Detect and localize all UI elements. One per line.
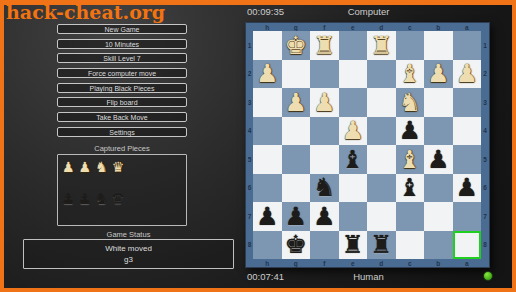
file-label-f: f: [310, 23, 339, 31]
square-e8[interactable]: ♜: [339, 231, 368, 260]
white-pawn-f3: ♟: [313, 90, 335, 115]
square-d5[interactable]: [367, 145, 396, 174]
bottom-player-bar: 00:07:41 Human: [247, 271, 490, 284]
square-a8[interactable]: [453, 231, 482, 260]
square-d8[interactable]: ♜: [367, 231, 396, 260]
square-a6[interactable]: ♟: [453, 174, 482, 203]
file-label-c: c: [396, 23, 425, 31]
square-h4[interactable]: [253, 117, 282, 146]
black-rook-d8: ♜: [370, 232, 392, 257]
square-h8[interactable]: [253, 231, 282, 260]
square-e5[interactable]: ♝: [339, 145, 368, 174]
rank-label-8: 8: [246, 231, 253, 260]
square-c7[interactable]: [396, 202, 425, 231]
white-pawn-e4: ♟: [342, 118, 364, 143]
square-b6[interactable]: [424, 174, 453, 203]
white-bishop-c5: ♝: [399, 147, 421, 172]
square-b3[interactable]: [424, 88, 453, 117]
square-b4[interactable]: [424, 117, 453, 146]
white-rook-d1: ♜: [370, 33, 392, 58]
captured-pieces-label: Captured Pieces: [57, 144, 187, 153]
square-g4[interactable]: [282, 117, 311, 146]
white-bishop-c2: ♝: [399, 61, 421, 86]
square-g2[interactable]: [282, 60, 311, 89]
black-pawn-g7: ♟: [285, 204, 307, 229]
black-pawn-h7: ♟: [256, 204, 278, 229]
square-g1[interactable]: ♚: [282, 31, 311, 60]
square-h6[interactable]: [253, 174, 282, 203]
square-f5[interactable]: [310, 145, 339, 174]
square-c5[interactable]: ♝: [396, 145, 425, 174]
file-label-c: c: [396, 259, 425, 267]
square-a5[interactable]: [453, 145, 482, 174]
black-rook-e8: ♜: [342, 232, 364, 257]
sidebar-buttons: New Game10 MinutesSkill Level 7Force com…: [57, 24, 187, 137]
square-f3[interactable]: ♟: [310, 88, 339, 117]
captured-piece-bN: ♞: [95, 192, 108, 206]
watermark: hack-cheat.org: [6, 1, 165, 23]
square-g8[interactable]: ♚: [282, 231, 311, 260]
black-pawn-a6: ♟: [456, 175, 478, 200]
rank-label-7: 7: [481, 202, 489, 231]
square-e6[interactable]: [339, 174, 368, 203]
square-g3[interactable]: ♟: [282, 88, 311, 117]
captured-piece-wP: ♟: [62, 160, 75, 174]
black-pawn-f7: ♟: [313, 204, 335, 229]
button-settings[interactable]: Settings: [57, 127, 187, 137]
file-label-b: b: [424, 23, 453, 31]
file-label-a: a: [453, 23, 482, 31]
white-pawn-a2: ♟: [456, 61, 478, 86]
button-skill-level-7[interactable]: Skill Level 7: [57, 53, 187, 63]
square-d4[interactable]: [367, 117, 396, 146]
file-labels-bottom: hgfedcba: [253, 259, 481, 267]
square-f4[interactable]: [310, 117, 339, 146]
game-status-label: Game Status: [23, 230, 234, 239]
square-c4[interactable]: ♟: [396, 117, 425, 146]
captured-piece-wP: ♟: [79, 160, 92, 174]
app-window: hack-cheat.org New Game10 MinutesSkill L…: [0, 0, 516, 292]
square-d7[interactable]: [367, 202, 396, 231]
square-g7[interactable]: ♟: [282, 202, 311, 231]
square-c6[interactable]: ♝: [396, 174, 425, 203]
square-f1[interactable]: ♜: [310, 31, 339, 60]
file-label-d: d: [367, 23, 396, 31]
square-c2[interactable]: ♝: [396, 60, 425, 89]
square-d3[interactable]: [367, 88, 396, 117]
computer-label: Computer: [247, 6, 490, 17]
square-d1[interactable]: ♜: [367, 31, 396, 60]
square-a3[interactable]: [453, 88, 482, 117]
square-g6[interactable]: [282, 174, 311, 203]
rank-labels-left: 12345678: [246, 31, 253, 259]
file-label-e: e: [339, 23, 368, 31]
square-f2[interactable]: [310, 60, 339, 89]
rank-label-8: 8: [481, 231, 489, 260]
square-f6[interactable]: ♞: [310, 174, 339, 203]
file-labels-top: hgfedcba: [253, 23, 481, 31]
button-10-minutes[interactable]: 10 Minutes: [57, 39, 187, 49]
square-c3[interactable]: ♞: [396, 88, 425, 117]
captured-piece-wN: ♞: [95, 160, 108, 174]
square-a2[interactable]: ♟: [453, 60, 482, 89]
file-label-d: d: [367, 259, 396, 267]
square-b5[interactable]: ♟: [424, 145, 453, 174]
rank-label-4: 4: [246, 117, 253, 146]
square-h3[interactable]: [253, 88, 282, 117]
square-h7[interactable]: ♟: [253, 202, 282, 231]
white-pawn-h2: ♟: [256, 61, 278, 86]
rank-label-5: 5: [481, 145, 489, 174]
file-label-b: b: [424, 259, 453, 267]
rank-label-4: 4: [481, 117, 489, 146]
captured-piece-bP: ♟: [62, 192, 75, 206]
captured-piece-wQ: ♛: [112, 160, 125, 174]
square-g5[interactable]: [282, 145, 311, 174]
file-label-h: h: [253, 23, 282, 31]
black-bishop-e5: ♝: [342, 147, 364, 172]
captured-piece-bP: ♟: [79, 192, 92, 206]
square-c1[interactable]: [396, 31, 425, 60]
rank-label-7: 7: [246, 202, 253, 231]
status-line-1: White moved: [24, 244, 233, 255]
square-b1[interactable]: [424, 31, 453, 60]
rank-label-2: 2: [246, 60, 253, 89]
rank-label-2: 2: [481, 60, 489, 89]
captured-piece-bQ: ♛: [112, 192, 125, 206]
rank-label-3: 3: [246, 88, 253, 117]
chess-board-frame: hgfedcba 12345678 ♚♜♜♟♝♟♟♟♟♞♟♟♝♝♟♞♝♟♟♟♟♚…: [245, 22, 490, 268]
square-a1[interactable]: [453, 31, 482, 60]
game-status-box: White moved g3: [23, 239, 234, 269]
captured-pieces-box: ♟♟♞♛ ♟♟♞♛: [57, 154, 187, 226]
square-d6[interactable]: [367, 174, 396, 203]
rank-label-1: 1: [246, 31, 253, 60]
square-b2[interactable]: ♟: [424, 60, 453, 89]
file-label-f: f: [310, 259, 339, 267]
chess-board: ♚♜♜♟♝♟♟♟♟♞♟♟♝♝♟♞♝♟♟♟♟♚♜♜: [253, 31, 481, 259]
square-e4[interactable]: ♟: [339, 117, 368, 146]
square-b7[interactable]: [424, 202, 453, 231]
rank-label-5: 5: [246, 145, 253, 174]
top-player-bar: 00:09:35 Computer: [247, 6, 490, 19]
black-pawn-c4: ♟: [399, 118, 421, 143]
status-line-2: g3: [24, 255, 233, 266]
engine-status-dot: [483, 271, 493, 281]
human-label: Human: [247, 271, 490, 282]
rank-label-1: 1: [481, 31, 489, 60]
white-king-g1: ♚: [285, 33, 307, 58]
rank-label-6: 6: [246, 174, 253, 203]
square-e1[interactable]: [339, 31, 368, 60]
black-king-g8: ♚: [285, 232, 307, 257]
file-label-h: h: [253, 259, 282, 267]
rank-labels-right: 12345678: [481, 31, 489, 259]
captured-black-row: ♟♟♞♛: [58, 190, 186, 208]
white-knight-c3: ♞: [399, 90, 421, 115]
captured-white-row: ♟♟♞♛: [58, 158, 186, 176]
button-force-computer-move[interactable]: Force computer move: [57, 68, 187, 78]
square-h1[interactable]: [253, 31, 282, 60]
button-take-back-move[interactable]: Take Back Move: [57, 112, 187, 122]
black-pawn-b5: ♟: [427, 147, 449, 172]
square-e3[interactable]: [339, 88, 368, 117]
square-a7[interactable]: [453, 202, 482, 231]
button-flip-board[interactable]: Flip board: [57, 97, 187, 107]
black-knight-f6: ♞: [313, 175, 335, 200]
file-label-g: g: [282, 259, 311, 267]
square-f7[interactable]: ♟: [310, 202, 339, 231]
square-a4[interactable]: [453, 117, 482, 146]
black-bishop-c6: ♝: [399, 175, 421, 200]
rank-label-3: 3: [481, 88, 489, 117]
square-c8[interactable]: [396, 231, 425, 260]
white-pawn-g3: ♟: [285, 90, 307, 115]
square-d2[interactable]: [367, 60, 396, 89]
square-h2[interactable]: ♟: [253, 60, 282, 89]
square-f8[interactable]: [310, 231, 339, 260]
square-h5[interactable]: [253, 145, 282, 174]
file-label-e: e: [339, 259, 368, 267]
white-rook-f1: ♜: [313, 33, 335, 58]
square-b8[interactable]: [424, 231, 453, 260]
file-label-a: a: [453, 259, 482, 267]
square-e2[interactable]: [339, 60, 368, 89]
button-new-game[interactable]: New Game: [57, 24, 187, 34]
rank-label-6: 6: [481, 174, 489, 203]
white-pawn-b2: ♟: [427, 61, 449, 86]
file-label-g: g: [282, 23, 311, 31]
button-playing-black-pieces[interactable]: Playing Black Pieces: [57, 83, 187, 93]
square-e7[interactable]: [339, 202, 368, 231]
